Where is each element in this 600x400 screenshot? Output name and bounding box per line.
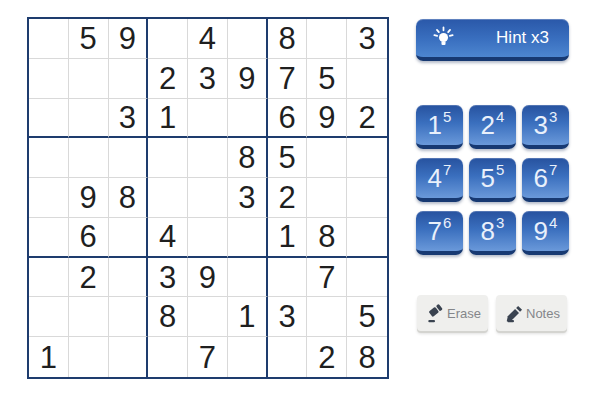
cell-r1c9[interactable]: 3 [347,19,387,59]
cell-r9c1[interactable]: 1 [29,337,69,377]
cell-r9c8[interactable]: 2 [307,337,347,377]
notes-label: Notes [526,306,560,321]
cell-r8c2[interactable] [69,297,109,337]
cell-r2c9[interactable] [347,59,387,99]
pencil-icon [503,302,526,325]
cell-r2c3[interactable] [109,59,149,99]
cell-r9c7[interactable] [268,337,308,377]
cell-r2c6[interactable]: 9 [228,59,268,99]
cell-r2c5[interactable]: 3 [188,59,228,99]
cell-r8c5[interactable] [188,297,228,337]
numpad-digit: 6 [534,165,548,191]
cell-r8c1[interactable] [29,297,69,337]
numpad-count: 3 [496,215,504,230]
numpad-count: 7 [549,162,557,177]
numpad-count: 7 [443,162,451,177]
cell-r4c1[interactable] [29,138,69,178]
cell-r6c1[interactable] [29,218,69,258]
cell-r3c1[interactable] [29,99,69,139]
numpad-digit: 2 [481,112,495,138]
cell-r3c2[interactable] [69,99,109,139]
cell-r4c9[interactable] [347,138,387,178]
numpad-digit: 7 [428,218,442,244]
cell-r1c5[interactable]: 4 [188,19,228,59]
cell-r5c1[interactable] [29,178,69,218]
numpad-count: 4 [549,215,557,230]
numpad-button-7[interactable]: 7 6 [416,211,463,255]
notes-button[interactable]: Notes [496,295,567,331]
cell-r7c1[interactable] [29,258,69,298]
numpad-button-4[interactable]: 4 7 [416,158,463,202]
cell-r2c1[interactable] [29,59,69,99]
cell-r5c2[interactable]: 9 [69,178,109,218]
numpad-count: 6 [443,215,451,230]
numpad-count: 5 [496,162,504,177]
cell-r1c1[interactable] [29,19,69,59]
cell-r4c3[interactable] [109,138,149,178]
cell-r5c9[interactable] [347,178,387,218]
cell-r4c4[interactable] [148,138,188,178]
cell-r6c4[interactable]: 4 [148,218,188,258]
numpad-button-9[interactable]: 9 4 [522,211,569,255]
cell-r9c2[interactable] [69,337,109,377]
numpad-digit: 5 [481,165,495,191]
cell-r7c2[interactable]: 2 [69,258,109,298]
numpad-button-6[interactable]: 6 7 [522,158,569,202]
cell-r7c3[interactable] [109,258,149,298]
number-pad: 1 5 2 4 3 3 4 7 5 5 6 7 7 6 8 3 [416,105,569,255]
cell-r1c2[interactable]: 5 [69,19,109,59]
lightbulb-icon [430,25,457,52]
numpad-digit: 1 [428,112,442,138]
cell-r7c9[interactable] [347,258,387,298]
cell-r9c9[interactable]: 8 [347,337,387,377]
numpad-count: 4 [496,109,504,124]
hint-label: Hint x3 [496,28,549,48]
numpad-digit: 4 [428,165,442,191]
cell-r3c4[interactable]: 1 [148,99,188,139]
erase-label: Erase [447,306,481,321]
hint-button[interactable]: Hint x3 [416,19,569,61]
erase-button[interactable]: Erase [417,295,488,331]
cell-r6c7[interactable]: 1 [268,218,308,258]
cell-r1c4[interactable] [148,19,188,59]
cell-r8c8[interactable] [307,297,347,337]
cell-r4c8[interactable] [307,138,347,178]
cell-r6c9[interactable] [347,218,387,258]
cell-r5c3[interactable]: 8 [109,178,149,218]
cell-r3c9[interactable]: 2 [347,99,387,139]
eraser-icon [424,302,447,325]
cell-r5c8[interactable] [307,178,347,218]
cell-r6c6[interactable] [228,218,268,258]
cell-r8c7[interactable]: 3 [268,297,308,337]
cell-r4c2[interactable] [69,138,109,178]
cell-r1c3[interactable]: 9 [109,19,149,59]
numpad-button-1[interactable]: 1 5 [416,105,463,149]
numpad-button-2[interactable]: 2 4 [469,105,516,149]
sudoku-board: 5948323975316928598326418239781351728 [27,17,389,379]
cell-r7c5[interactable]: 9 [188,258,228,298]
cell-r3c5[interactable] [188,99,228,139]
cell-r3c6[interactable] [228,99,268,139]
cell-r9c5[interactable]: 7 [188,337,228,377]
cell-r5c4[interactable] [148,178,188,218]
numpad-count: 3 [549,109,557,124]
cell-r8c3[interactable] [109,297,149,337]
cell-r6c3[interactable] [109,218,149,258]
cell-r5c6[interactable]: 3 [228,178,268,218]
numpad-count: 5 [443,109,451,124]
numpad-digit: 8 [481,218,495,244]
cell-r2c2[interactable] [69,59,109,99]
cell-r7c8[interactable]: 7 [307,258,347,298]
cell-r8c9[interactable]: 5 [347,297,387,337]
cell-r3c3[interactable]: 3 [109,99,149,139]
cell-r2c8[interactable]: 5 [307,59,347,99]
cell-r1c7[interactable]: 8 [268,19,308,59]
cell-r9c4[interactable] [148,337,188,377]
cell-r5c5[interactable] [188,178,228,218]
cell-r9c3[interactable] [109,337,149,377]
cell-r8c6[interactable]: 1 [228,297,268,337]
cell-r1c6[interactable] [228,19,268,59]
numpad-button-3[interactable]: 3 3 [522,105,569,149]
cell-r2c7[interactable]: 7 [268,59,308,99]
cell-r3c7[interactable]: 6 [268,99,308,139]
cell-r7c7[interactable] [268,258,308,298]
numpad-button-8[interactable]: 8 3 [469,211,516,255]
numpad-button-5[interactable]: 5 5 [469,158,516,202]
sudoku-app: 5948323975316928598326418239781351728 Hi… [0,0,600,400]
cell-r7c6[interactable] [228,258,268,298]
cell-r6c2[interactable]: 6 [69,218,109,258]
numpad-digit: 9 [534,218,548,244]
cell-r5c7[interactable]: 2 [268,178,308,218]
cell-r6c5[interactable] [188,218,228,258]
cell-r6c8[interactable]: 8 [307,218,347,258]
cell-r9c6[interactable] [228,337,268,377]
numpad-digit: 3 [534,112,548,138]
cell-r2c4[interactable]: 2 [148,59,188,99]
cell-r4c6[interactable]: 8 [228,138,268,178]
cell-r4c7[interactable]: 5 [268,138,308,178]
cell-r8c4[interactable]: 8 [148,297,188,337]
cell-r7c4[interactable]: 3 [148,258,188,298]
cell-r3c8[interactable]: 9 [307,99,347,139]
cell-r1c8[interactable] [307,19,347,59]
cell-r4c5[interactable] [188,138,228,178]
